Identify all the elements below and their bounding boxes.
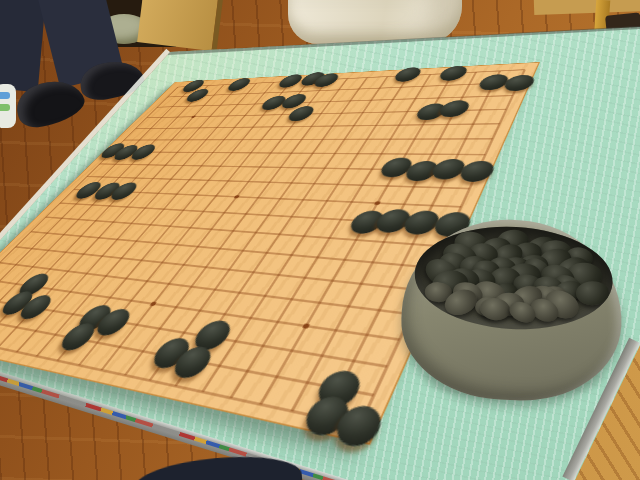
bowl-stone xyxy=(576,281,609,305)
scene xyxy=(0,0,640,480)
small-object xyxy=(0,84,16,128)
object-stripe xyxy=(0,92,10,99)
object-stripe xyxy=(0,104,10,111)
